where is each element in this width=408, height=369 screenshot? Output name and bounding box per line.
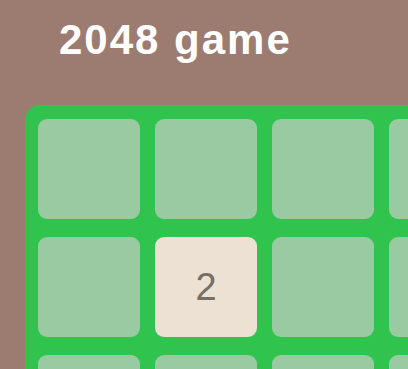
game-board[interactable]: 2 [25,105,408,369]
empty-cell-r2c1 [38,237,140,337]
empty-cell-r2c3 [272,237,374,337]
empty-cell-r3c3 [272,355,374,369]
empty-cell-r1c3 [272,119,374,219]
empty-cell-r2c4 [389,237,408,337]
empty-cell-r1c1 [38,119,140,219]
empty-cell-r1c4 [389,119,408,219]
empty-cell-r1c2 [155,119,257,219]
empty-cell-r3c2 [155,355,257,369]
empty-cell-r3c4 [389,355,408,369]
empty-cell-r3c1 [38,355,140,369]
page-title: 2048 game [59,19,292,61]
tile-2-r2c2: 2 [155,237,257,337]
app-window: 2048 game 2 [0,0,408,369]
